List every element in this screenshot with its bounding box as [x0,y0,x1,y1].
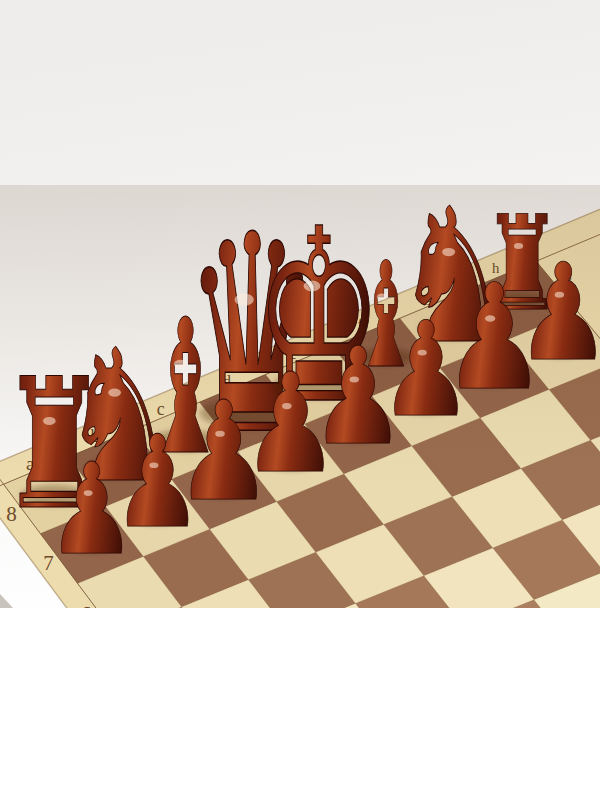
gloss-highlight [150,462,159,468]
gloss-highlight [108,388,121,396]
gloss-highlight [43,417,56,425]
gloss-highlight [304,281,321,292]
gloss-highlight [215,431,225,437]
gloss-highlight [235,294,254,306]
gloss-highlight [555,292,564,298]
gloss-highlight [485,315,495,322]
gloss-highlight [282,403,292,409]
white-backdrop [0,608,600,800]
chess-board-photo: abcdefgh8765876♜♞♝♛♚♝♞♜♟♟♟♟♟♟♟♟ [0,0,600,800]
piece-dark-pawn-h7: ♟ [515,234,600,391]
gloss-highlight [350,376,359,382]
gloss-highlight [84,490,93,496]
gloss-highlight [418,350,427,356]
chess-set-product-photo: abcdefgh8765876♜♞♝♛♚♝♞♜♟♟♟♟♟♟♟♟ [0,0,600,800]
board-side-edge [0,594,13,608]
